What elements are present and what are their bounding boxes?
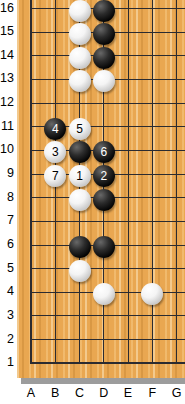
- stone-grid: 4536712: [19, 0, 185, 377]
- row-label-13: 13: [0, 71, 14, 85]
- stone-white: [69, 189, 91, 211]
- stone-white: [69, 70, 91, 92]
- stone-white: [69, 23, 91, 45]
- col-label-A: A: [24, 386, 38, 400]
- stone-black: [93, 236, 115, 258]
- row-label-7: 7: [0, 213, 14, 227]
- row-label-12: 12: [0, 95, 14, 109]
- row-label-15: 15: [0, 24, 14, 38]
- col-label-E: E: [121, 386, 135, 400]
- row-label-14: 14: [0, 48, 14, 62]
- row-label-11: 11: [0, 119, 14, 133]
- stone-black-move-6: 6: [93, 141, 115, 163]
- go-board[interactable]: 4536712: [17, 0, 185, 378]
- stone-black: [93, 23, 115, 45]
- board-drop-shadow: [21, 378, 185, 384]
- row-label-9: 9: [0, 166, 14, 180]
- row-label-16: 16: [0, 1, 14, 15]
- row-label-3: 3: [0, 308, 14, 322]
- stone-white: [93, 283, 115, 305]
- stone-white: [69, 0, 91, 22]
- stone-white: [93, 70, 115, 92]
- col-label-C: C: [73, 386, 87, 400]
- row-label-4: 4: [0, 284, 14, 298]
- row-label-1: 1: [0, 355, 14, 369]
- stone-black: [69, 236, 91, 258]
- stone-black-move-4: 4: [44, 118, 66, 140]
- stone-white: [69, 47, 91, 69]
- stone-white: [69, 260, 91, 282]
- stone-black: [93, 0, 115, 22]
- stone-white-move-5: 5: [69, 118, 91, 140]
- col-label-G: G: [170, 386, 184, 400]
- row-label-8: 8: [0, 190, 14, 204]
- col-label-D: D: [97, 386, 111, 400]
- stone-black-move-2: 2: [93, 165, 115, 187]
- row-label-2: 2: [0, 332, 14, 346]
- col-label-B: B: [48, 386, 62, 400]
- stone-white-move-1: 1: [69, 165, 91, 187]
- stone-white-move-3: 3: [44, 141, 66, 163]
- row-label-5: 5: [0, 261, 14, 275]
- stone-black: [93, 189, 115, 211]
- stone-black: [93, 47, 115, 69]
- stone-black: [69, 141, 91, 163]
- go-diagram: 4536712 16151413121110987654321 ABCDEFG: [0, 0, 185, 404]
- col-label-F: F: [145, 386, 159, 400]
- row-label-10: 10: [0, 142, 14, 156]
- row-label-6: 6: [0, 237, 14, 251]
- stone-white-move-7: 7: [44, 165, 66, 187]
- stone-white: [141, 283, 163, 305]
